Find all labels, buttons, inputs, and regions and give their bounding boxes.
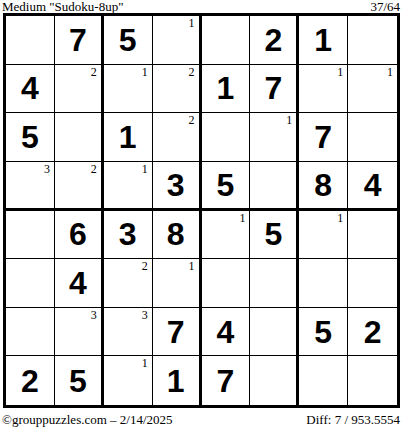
cell-r1c5[interactable] [202, 16, 251, 65]
cell-value: 2 [264, 24, 282, 56]
cell-value: 5 [314, 316, 332, 348]
copyright-text: ©grouppuzzles.com – 2/14/2025 [2, 410, 173, 430]
cell-value: 5 [119, 24, 137, 56]
pencil-mark: 2 [189, 66, 195, 79]
progress-counter: 37/64 [370, 0, 400, 13]
pencil-mark: 1 [337, 212, 343, 225]
cell-value: 6 [69, 218, 87, 250]
cell-r8c7[interactable] [299, 356, 348, 405]
cell-r3c5[interactable] [202, 113, 251, 162]
footer: ©grouppuzzles.com – 2/14/2025 Diff: 7 / … [0, 410, 403, 430]
cell-value: 5 [69, 365, 87, 397]
cell-value: 7 [217, 365, 235, 397]
pencil-mark: 1 [189, 260, 195, 273]
sudoku-page: Medium "Sudoku-8up" 37/64 75121421217115… [0, 0, 403, 437]
cell-value: 1 [314, 24, 332, 56]
cell-r8c3[interactable]: 1 [104, 356, 153, 405]
cell-r5c5[interactable]: 1 [202, 211, 251, 260]
cell-r4c6[interactable] [250, 162, 299, 211]
cell-value: 5 [217, 169, 235, 201]
sudoku-board: 7512142121711512173213584638151421337452… [3, 13, 400, 408]
cell-value: 4 [217, 316, 235, 348]
cell-value: 1 [217, 72, 235, 104]
difficulty-text: Diff: 7 / 953.5554 [306, 410, 400, 430]
cell-r1c8[interactable] [348, 16, 397, 65]
cell-r4c3[interactable]: 1 [104, 162, 153, 211]
cell-r5c8[interactable] [348, 211, 397, 260]
cell-r6c1[interactable] [6, 259, 55, 308]
cell-r2c4[interactable]: 2 [153, 65, 202, 114]
cell-r1c6[interactable]: 2 [250, 16, 299, 65]
pencil-mark: 2 [142, 260, 148, 273]
cell-r2c1[interactable]: 4 [6, 65, 55, 114]
cell-r7c1[interactable] [6, 308, 55, 357]
pencil-mark: 1 [239, 212, 245, 225]
cell-r7c2[interactable]: 3 [55, 308, 104, 357]
cell-r5c4[interactable]: 8 [153, 211, 202, 260]
cell-r3c4[interactable]: 2 [153, 113, 202, 162]
cell-value: 7 [69, 24, 87, 56]
cell-value: 5 [264, 218, 282, 250]
cell-value: 5 [21, 121, 39, 153]
cell-r5c7[interactable]: 1 [299, 211, 348, 260]
cell-r6c6[interactable] [250, 259, 299, 308]
cell-r5c2[interactable]: 6 [55, 211, 104, 260]
cell-r2c5[interactable]: 1 [202, 65, 251, 114]
cell-r6c3[interactable]: 2 [104, 259, 153, 308]
cell-r8c5[interactable]: 7 [202, 356, 251, 405]
cell-r5c6[interactable]: 5 [250, 211, 299, 260]
cell-r2c2[interactable]: 2 [55, 65, 104, 114]
pencil-mark: 1 [286, 114, 292, 127]
cell-value: 4 [364, 169, 382, 201]
pencil-mark: 2 [91, 163, 97, 176]
pencil-mark: 3 [142, 309, 148, 322]
pencil-mark: 1 [189, 17, 195, 30]
cell-r5c1[interactable] [6, 211, 55, 260]
cell-r7c7[interactable]: 5 [299, 308, 348, 357]
cell-r4c8[interactable]: 4 [348, 162, 397, 211]
pencil-mark: 1 [142, 163, 148, 176]
cell-value: 7 [264, 72, 282, 104]
pencil-mark: 3 [91, 309, 97, 322]
cell-r7c4[interactable]: 7 [153, 308, 202, 357]
cell-value: 4 [21, 72, 39, 104]
cell-r8c4[interactable]: 1 [153, 356, 202, 405]
pencil-mark: 2 [91, 66, 97, 79]
pencil-mark: 1 [337, 66, 343, 79]
cell-r3c6[interactable]: 1 [250, 113, 299, 162]
cell-r4c7[interactable]: 8 [299, 162, 348, 211]
cell-r1c2[interactable]: 7 [55, 16, 104, 65]
cell-r2c7[interactable]: 1 [299, 65, 348, 114]
puzzle-title: Medium "Sudoku-8up" [2, 0, 123, 13]
cell-r8c6[interactable] [250, 356, 299, 405]
cell-r1c7[interactable]: 1 [299, 16, 348, 65]
cell-r7c5[interactable]: 4 [202, 308, 251, 357]
pencil-mark: 1 [142, 66, 148, 79]
cell-value: 7 [167, 316, 185, 348]
pencil-mark: 2 [189, 114, 195, 127]
cell-r5c3[interactable]: 3 [104, 211, 153, 260]
cell-r1c1[interactable] [6, 16, 55, 65]
cell-r1c4[interactable]: 1 [153, 16, 202, 65]
cell-r4c1[interactable]: 3 [6, 162, 55, 211]
pencil-mark: 3 [44, 163, 50, 176]
cell-r8c2[interactable]: 5 [55, 356, 104, 405]
cell-r1c3[interactable]: 5 [104, 16, 153, 65]
cell-r4c2[interactable]: 2 [55, 162, 104, 211]
cell-r6c4[interactable]: 1 [153, 259, 202, 308]
cell-value: 7 [314, 121, 332, 153]
cell-value: 3 [167, 169, 185, 201]
cell-r4c5[interactable]: 5 [202, 162, 251, 211]
cell-value: 1 [119, 121, 137, 153]
cell-value: 8 [167, 218, 185, 250]
cell-value: 2 [364, 316, 382, 348]
cell-r7c3[interactable]: 3 [104, 308, 153, 357]
cell-value: 4 [69, 267, 87, 299]
cell-r6c8[interactable] [348, 259, 397, 308]
cell-r4c4[interactable]: 3 [153, 162, 202, 211]
cell-r2c8[interactable]: 1 [348, 65, 397, 114]
cell-r3c3[interactable]: 1 [104, 113, 153, 162]
cell-value: 3 [119, 218, 137, 250]
pencil-mark: 1 [387, 66, 393, 79]
cell-r7c6[interactable] [250, 308, 299, 357]
cell-value: 2 [21, 365, 39, 397]
pencil-mark: 1 [142, 357, 148, 370]
header: Medium "Sudoku-8up" 37/64 [0, 0, 403, 13]
cell-r2c3[interactable]: 1 [104, 65, 153, 114]
cell-r8c1[interactable]: 2 [6, 356, 55, 405]
cell-r3c2[interactable] [55, 113, 104, 162]
cell-value: 1 [167, 365, 185, 397]
cell-r3c1[interactable]: 5 [6, 113, 55, 162]
cell-r6c7[interactable] [299, 259, 348, 308]
cell-r3c8[interactable] [348, 113, 397, 162]
cell-r6c2[interactable]: 4 [55, 259, 104, 308]
cell-r8c8[interactable] [348, 356, 397, 405]
cell-r3c7[interactable]: 7 [299, 113, 348, 162]
cell-r7c8[interactable]: 2 [348, 308, 397, 357]
cell-value: 8 [314, 169, 332, 201]
cell-r6c5[interactable] [202, 259, 251, 308]
cell-r2c6[interactable]: 7 [250, 65, 299, 114]
